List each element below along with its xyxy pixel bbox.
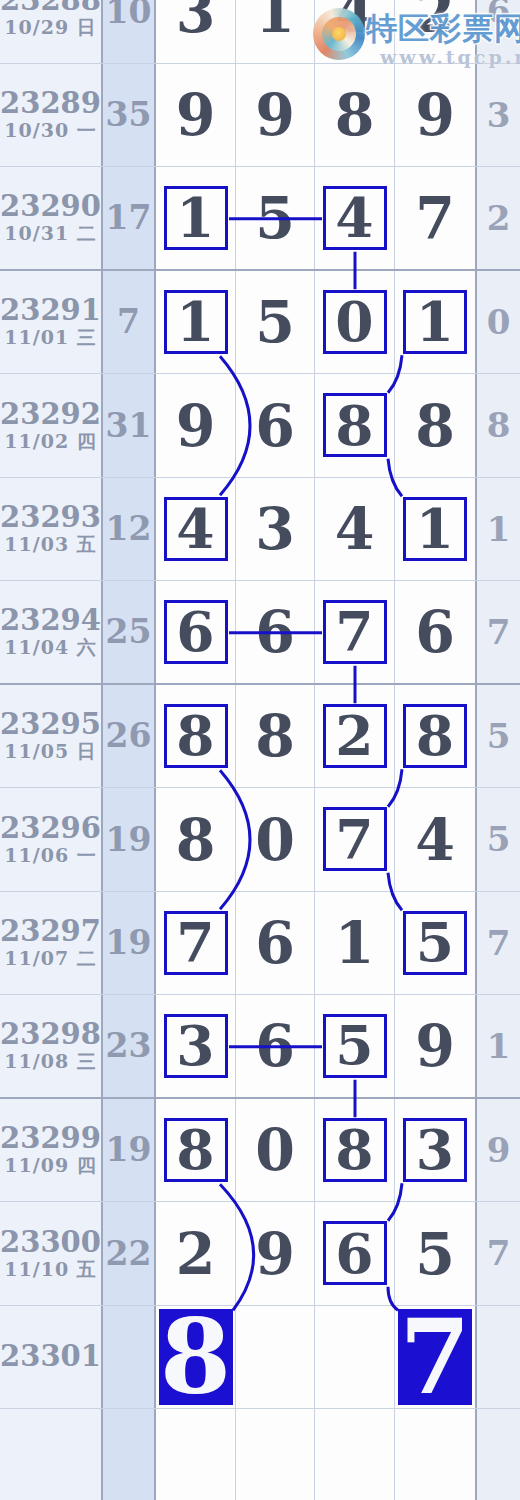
trend-table: 2328810/29 日10314262328910/30 一359989323…	[0, 0, 520, 1500]
issue-cell: 2329511/05 日	[0, 685, 101, 788]
highlight-box: 8	[164, 1118, 228, 1182]
digit-cell	[315, 1409, 395, 1500]
digit-value: 8	[335, 1122, 373, 1177]
highlight-box: 6	[164, 600, 228, 664]
issue-cell: 2329811/08 三	[0, 995, 101, 1097]
digit-cell: 4	[395, 788, 475, 891]
draw-date: 11/07 二	[4, 949, 96, 968]
issue-cell: 2329010/31 二	[0, 167, 101, 269]
digit-value: 4	[335, 500, 375, 557]
digit-value: 5	[415, 1225, 455, 1282]
digit-value: 5	[255, 293, 295, 350]
sum-cell: 7	[101, 271, 156, 374]
sum-cell: 25	[101, 581, 156, 683]
issue-cell: 2328910/30 一	[0, 64, 101, 167]
digit-value: 0	[255, 811, 295, 868]
next-column-value: 1	[487, 1029, 511, 1063]
digit-value: 8	[415, 397, 455, 454]
digit-cell: 0	[236, 1099, 315, 1202]
digit-cell: 7	[156, 892, 236, 995]
issue-cell: 2330011/10 五	[0, 1202, 101, 1305]
sum-value: 31	[106, 409, 152, 442]
digit-value: 8	[176, 1122, 214, 1177]
digit-cell	[395, 1409, 475, 1500]
digit-value: 5	[416, 915, 454, 970]
digit-value: 4	[415, 811, 455, 868]
digit-value: 4	[335, 190, 373, 245]
draw-row-23297: 2329711/07 二1976157	[0, 892, 520, 996]
draw-date: 11/03 五	[4, 535, 96, 554]
digit-cell: 8	[156, 788, 236, 891]
digit-value: 8	[176, 811, 216, 868]
issue-number: 23301	[0, 1342, 101, 1371]
digit-cell: 8	[315, 1099, 395, 1202]
digit-cell: 6	[236, 995, 315, 1097]
digit-cell: 5	[236, 167, 315, 269]
highlight-box: 3	[403, 1118, 467, 1182]
digit-cell: 7	[315, 788, 395, 891]
digit-cell: 2	[315, 685, 395, 788]
digit-cell: 5	[395, 892, 475, 995]
digit-value: 1	[176, 190, 214, 245]
draw-date: 11/05 日	[4, 742, 96, 761]
digit-cell: 0	[315, 271, 395, 374]
digit-value: 7	[415, 189, 455, 246]
lottery-trend-chart: 2328810/29 日10314262328910/30 一359989323…	[0, 0, 520, 1500]
digit-cell: 8	[156, 1099, 236, 1202]
next-column-value: 5	[487, 822, 511, 856]
highlight-box: 5	[403, 911, 467, 975]
digit-cell: 8	[156, 685, 236, 788]
site-name: 特区彩票网	[366, 13, 520, 44]
digit-cell: 4	[315, 478, 395, 581]
draw-row-23301: 2330187	[0, 1306, 520, 1410]
sum-value: 26	[106, 719, 152, 752]
digit-cell: 5	[315, 995, 395, 1097]
draw-date: 11/09 四	[4, 1156, 96, 1175]
digit-value: 9	[415, 1017, 455, 1074]
digit-cell	[315, 1306, 395, 1409]
highlight-box: 8	[323, 393, 387, 457]
digit-cell: 3	[236, 478, 315, 581]
digit-cell: 1	[236, 0, 315, 63]
digit-cell: 9	[236, 64, 315, 167]
highlight-box: 8	[323, 1118, 387, 1182]
issue-number: 23295	[0, 710, 101, 739]
issue-number: 23292	[0, 400, 101, 429]
digit-value: 7	[335, 604, 373, 659]
next-column-value: 5	[487, 719, 511, 753]
sum-value: 22	[106, 1237, 152, 1270]
digit-cell: 6	[156, 581, 236, 683]
digit-cell: 6	[236, 892, 315, 995]
digit-value: 9	[255, 1225, 295, 1282]
sum-cell: 26	[101, 685, 156, 788]
highlight-box: 7	[323, 807, 387, 871]
issue-number: 23293	[0, 503, 101, 532]
digit-cell: 8	[315, 64, 395, 167]
next-column-cell: 7	[475, 1202, 520, 1305]
draw-row-23294: 2329411/04 六2566767	[0, 581, 520, 685]
issue-cell: 2328810/29 日	[0, 0, 101, 63]
digit-value: 2	[335, 708, 373, 763]
digit-value: 2	[176, 1225, 216, 1282]
draw-row-23300: 2330011/10 五2229657	[0, 1202, 520, 1306]
highlight-box: 8	[164, 704, 228, 768]
issue-number: 23297	[0, 917, 101, 946]
highlight-box: 7	[164, 911, 228, 975]
draw-date: 11/01 三	[4, 328, 96, 347]
sum-value: 7	[117, 305, 140, 338]
digit-value: 8	[416, 708, 454, 763]
issue-number: 23291	[0, 296, 101, 325]
digit-cell	[236, 1306, 315, 1409]
highlight-box: 7	[323, 600, 387, 664]
next-column-value: 2	[487, 201, 511, 235]
digit-cell: 7	[395, 1306, 475, 1409]
digit-cell: 9	[395, 995, 475, 1097]
digit-cell: 9	[156, 64, 236, 167]
highlight-box: 4	[164, 497, 228, 561]
highlight-box: 4	[323, 186, 387, 250]
digit-value: 0	[335, 294, 373, 349]
sum-cell: 10	[101, 0, 156, 63]
draw-row-23299: 2329911/09 四1980839	[0, 1099, 520, 1203]
next-column-value: 7	[487, 1236, 511, 1270]
draw-row-23289: 2328910/30 一3599893	[0, 64, 520, 168]
next-column-cell: 7	[475, 892, 520, 995]
draw-row-23298: 2329811/08 三2336591	[0, 995, 520, 1099]
issue-number: 23290	[0, 192, 101, 221]
digit-cell: 3	[156, 995, 236, 1097]
next-column-cell: 2	[475, 167, 520, 269]
issue-number: 23298	[0, 1020, 101, 1049]
sum-cell: 23	[101, 995, 156, 1097]
highlight-box: 6	[323, 1221, 387, 1285]
digit-value: 5	[255, 189, 295, 246]
digit-value: 8	[255, 707, 295, 764]
sum-value: 25	[106, 615, 152, 648]
next-column-cell: 5	[475, 685, 520, 788]
digit-value: 9	[176, 397, 216, 454]
digit-cell: 3	[156, 0, 236, 63]
sum-cell: 17	[101, 167, 156, 269]
site-watermark: 特区彩票网 www.tqcp.net	[310, 4, 520, 68]
issue-cell	[0, 1409, 101, 1500]
predicted-digit-cell: 7	[398, 1309, 472, 1405]
sum-cell: 19	[101, 892, 156, 995]
digit-value: 0	[255, 1121, 295, 1178]
digit-cell	[236, 1409, 315, 1500]
site-url: www.tqcp.net	[380, 48, 520, 67]
digit-value: 1	[335, 914, 375, 971]
predicted-digit-cell: 8	[159, 1309, 233, 1405]
digit-value: 6	[176, 604, 214, 659]
sum-cell: 19	[101, 1099, 156, 1202]
draw-date: 10/29 日	[4, 18, 96, 37]
digit-value: 6	[255, 603, 295, 660]
digit-value: 1	[416, 294, 454, 349]
digit-cell: 8	[156, 1306, 236, 1409]
digit-value: 3	[176, 1018, 214, 1073]
sum-cell: 12	[101, 478, 156, 581]
digit-cell: 1	[395, 478, 475, 581]
digit-value: 3	[255, 500, 295, 557]
digit-cell: 9	[156, 374, 236, 477]
digit-value: 9	[415, 86, 455, 143]
digit-cell: 3	[395, 1099, 475, 1202]
issue-number: 23300	[0, 1228, 101, 1257]
sum-value: 19	[106, 823, 152, 856]
sum-value: 19	[106, 926, 152, 959]
digit-cell: 4	[156, 478, 236, 581]
issue-number: 23296	[0, 814, 101, 843]
highlight-box: 3	[164, 1014, 228, 1078]
empty-row	[0, 1409, 520, 1500]
digit-cell: 6	[236, 581, 315, 683]
digit-cell: 9	[236, 1202, 315, 1305]
issue-number: 23294	[0, 606, 101, 635]
site-logo-icon	[313, 8, 365, 60]
sum-cell	[101, 1409, 156, 1500]
highlight-box: 1	[164, 290, 228, 354]
highlight-box: 1	[403, 497, 467, 561]
digit-value: 9	[176, 86, 216, 143]
next-column-value: 8	[487, 408, 511, 442]
digit-value: 6	[255, 914, 295, 971]
digit-value: 1	[416, 501, 454, 556]
highlight-box: 0	[323, 290, 387, 354]
next-column-cell: 8	[475, 374, 520, 477]
digit-cell: 6	[395, 581, 475, 683]
draw-row-23296: 2329611/06 一1980745	[0, 788, 520, 892]
digit-cell: 2	[156, 1202, 236, 1305]
draw-row-23291: 2329111/01 三715010	[0, 271, 520, 375]
digit-cell: 7	[315, 581, 395, 683]
digit-cell	[156, 1409, 236, 1500]
issue-cell: 2329911/09 四	[0, 1099, 101, 1202]
highlight-box: 1	[403, 290, 467, 354]
draw-row-23290: 2329010/31 二1715472	[0, 167, 520, 271]
sum-cell: 22	[101, 1202, 156, 1305]
draw-date: 11/08 三	[4, 1052, 96, 1071]
next-column-cell: 1	[475, 995, 520, 1097]
digit-value: 8	[335, 398, 373, 453]
next-column-value: 0	[487, 305, 511, 339]
next-column-value: 9	[487, 1133, 511, 1167]
next-column-value: 1	[487, 512, 511, 546]
digit-cell: 9	[395, 64, 475, 167]
issue-cell: 2329611/06 一	[0, 788, 101, 891]
digit-value: 3	[176, 0, 216, 40]
issue-cell: 2329111/01 三	[0, 271, 101, 374]
digit-value: 3	[416, 1122, 454, 1177]
draw-date: 11/06 一	[4, 846, 96, 865]
draw-date: 10/30 一	[4, 121, 96, 140]
highlight-box: 5	[323, 1014, 387, 1078]
highlight-box: 1	[164, 186, 228, 250]
sum-value: 17	[106, 201, 152, 234]
next-column-cell	[475, 1409, 520, 1500]
issue-number: 23289	[0, 89, 101, 118]
digit-cell: 8	[395, 685, 475, 788]
issue-number: 23288	[0, 0, 101, 15]
draw-date: 11/04 六	[4, 638, 96, 657]
digit-value: 1	[176, 294, 214, 349]
issue-cell: 2329211/02 四	[0, 374, 101, 477]
next-column-cell: 5	[475, 788, 520, 891]
next-column-cell: 7	[475, 581, 520, 683]
digit-cell: 8	[315, 374, 395, 477]
sum-cell	[101, 1306, 156, 1409]
issue-cell: 2329311/03 五	[0, 478, 101, 581]
issue-number: 23299	[0, 1124, 101, 1153]
draw-row-23293: 2329311/03 五1243411	[0, 478, 520, 582]
digit-value: 6	[255, 1017, 295, 1074]
draw-date: 11/10 五	[4, 1260, 96, 1279]
digit-value: 1	[255, 0, 295, 40]
digit-cell: 6	[315, 1202, 395, 1305]
digit-cell: 8	[236, 685, 315, 788]
highlight-box: 8	[403, 704, 467, 768]
digit-cell: 8	[395, 374, 475, 477]
sum-value: 10	[106, 0, 152, 28]
next-column-cell	[475, 1306, 520, 1409]
digit-value: 5	[335, 1018, 373, 1073]
digit-value: 7	[176, 915, 214, 970]
draw-date: 11/02 四	[4, 432, 96, 451]
next-column-cell: 0	[475, 271, 520, 374]
sum-cell: 35	[101, 64, 156, 167]
next-column-cell: 9	[475, 1099, 520, 1202]
digit-value: 4	[176, 501, 214, 556]
digit-cell: 1	[156, 167, 236, 269]
draw-date: 10/31 二	[4, 224, 96, 243]
next-column-cell: 3	[475, 64, 520, 167]
digit-cell: 7	[395, 167, 475, 269]
digit-value: 6	[255, 397, 295, 454]
digit-cell: 4	[315, 167, 395, 269]
sum-value: 35	[106, 98, 152, 131]
issue-cell: 2329711/07 二	[0, 892, 101, 995]
digit-cell: 6	[236, 374, 315, 477]
digit-cell: 1	[315, 892, 395, 995]
digit-value: 8	[335, 86, 375, 143]
digit-value: 8	[176, 708, 214, 763]
digit-value: 7	[335, 812, 373, 867]
predicted-digit: 7	[400, 1306, 471, 1408]
issue-cell: 2329411/04 六	[0, 581, 101, 683]
highlight-box: 2	[323, 704, 387, 768]
next-column-value: 7	[487, 615, 511, 649]
digit-cell: 1	[156, 271, 236, 374]
issue-cell: 23301	[0, 1306, 101, 1409]
draw-row-23292: 2329211/02 四3196888	[0, 374, 520, 478]
digit-value: 6	[335, 1226, 373, 1281]
predicted-digit: 8	[160, 1306, 231, 1408]
sum-cell: 19	[101, 788, 156, 891]
draw-row-23295: 2329511/05 日2688285	[0, 685, 520, 789]
sum-value: 19	[106, 1133, 152, 1166]
digit-cell: 1	[395, 271, 475, 374]
sum-value: 23	[106, 1029, 152, 1062]
digit-value: 9	[255, 86, 295, 143]
next-column-cell: 1	[475, 478, 520, 581]
next-column-value: 3	[487, 98, 511, 132]
digit-cell: 5	[395, 1202, 475, 1305]
digit-cell: 0	[236, 788, 315, 891]
sum-value: 12	[106, 512, 152, 545]
digit-value: 6	[415, 603, 455, 660]
next-column-value: 7	[487, 926, 511, 960]
sum-cell: 31	[101, 374, 156, 477]
digit-cell: 5	[236, 271, 315, 374]
